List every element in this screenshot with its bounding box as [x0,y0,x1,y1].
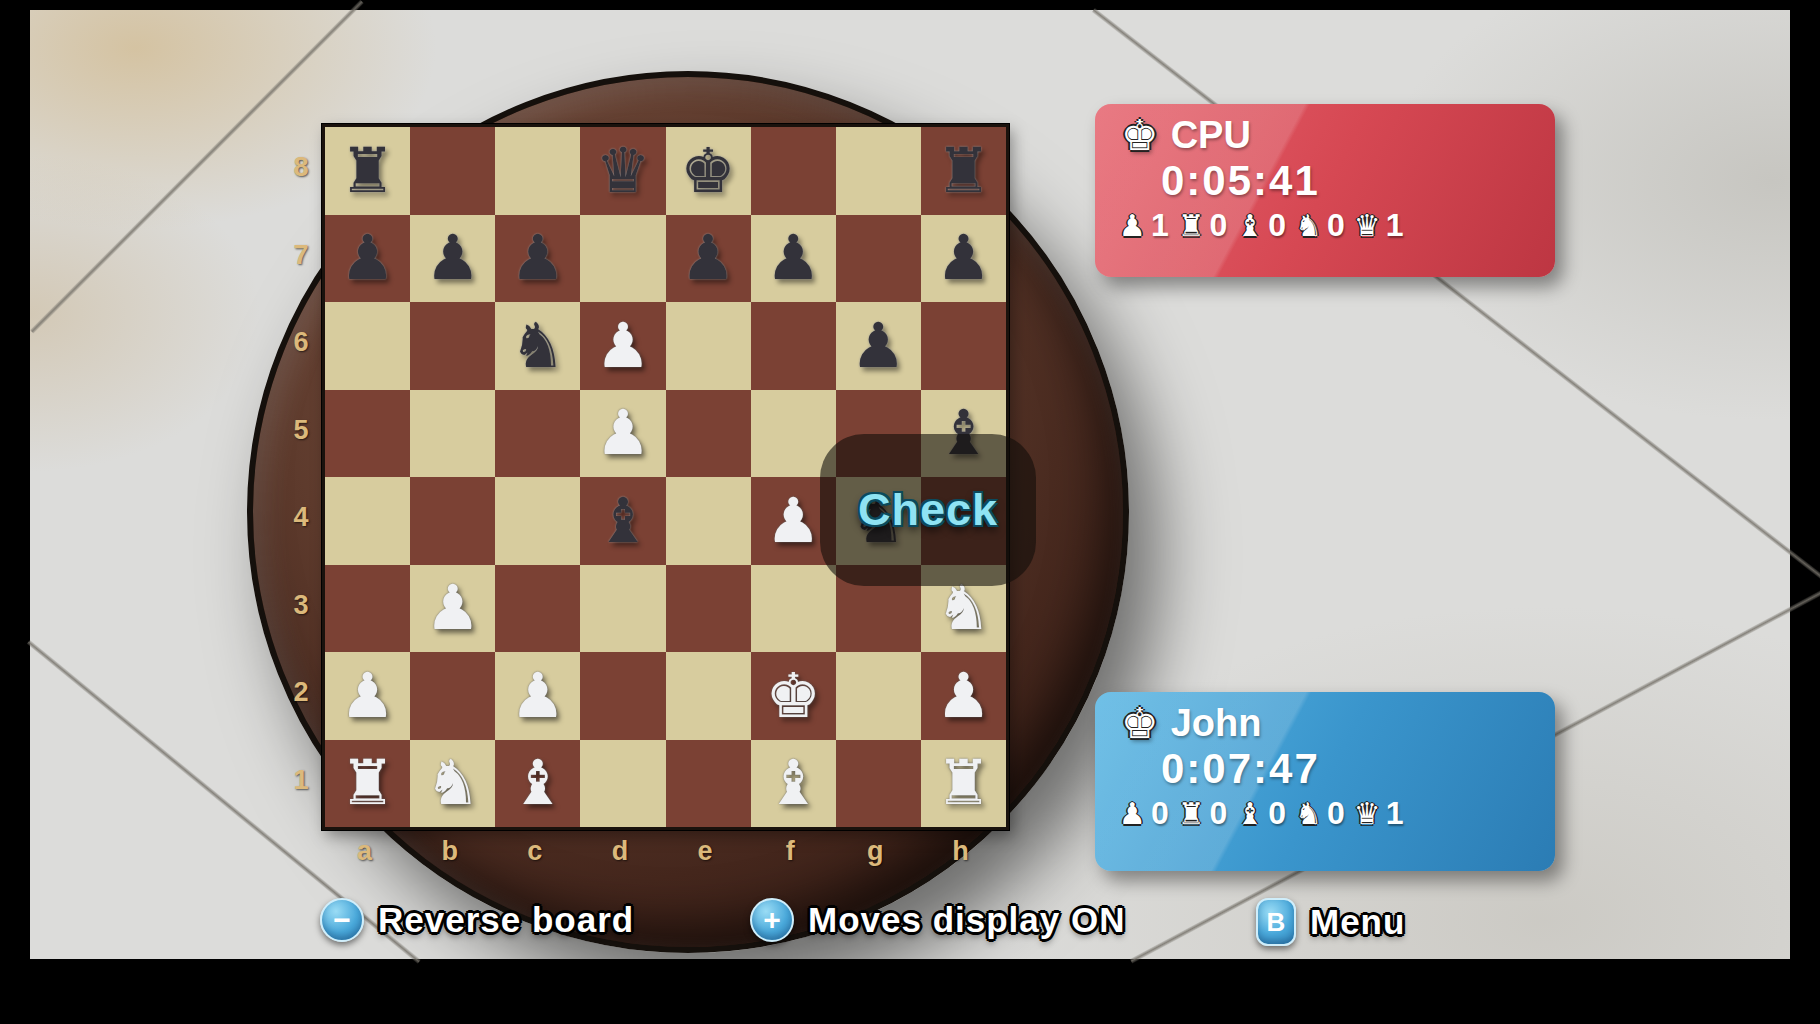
file-label-h: h [945,836,975,867]
square-e1[interactable] [666,740,751,828]
square-e7[interactable]: ♟ [666,215,751,303]
square-a6[interactable] [325,302,410,390]
piece-black-bishop: ♝ [595,490,651,552]
square-b6[interactable] [410,302,495,390]
square-d6[interactable]: ♟ [580,302,665,390]
captured-bishop-icon: ♝ [1236,799,1263,829]
square-c7[interactable]: ♟ [495,215,580,303]
floor-grout-line [1092,8,1820,583]
captured-bishop-icon: ♝ [1236,211,1263,241]
square-e5[interactable] [666,390,751,478]
square-b7[interactable]: ♟ [410,215,495,303]
square-b2[interactable] [410,652,495,740]
piece-white-pawn: ♟ [425,577,481,639]
captured-queen-count: 1 [1386,207,1404,244]
square-c3[interactable] [495,565,580,653]
captured-pieces-tray-john: ♟0♜0♝0♞0♛1 [1095,795,1555,832]
check-bubble: Check [820,434,1036,586]
captured-knight-icon: ♞ [1295,799,1322,829]
square-c4[interactable] [495,477,580,565]
moves-display-label: Moves display ON [808,900,1125,940]
square-e8[interactable]: ♚ [666,127,751,215]
captured-knight-count: 0 [1327,207,1345,244]
captured-queen-icon: ♛ [1354,799,1381,829]
square-h1[interactable]: ♜ [921,740,1006,828]
square-e6[interactable] [666,302,751,390]
piece-white-bishop: ♝ [510,752,566,814]
square-c5[interactable] [495,390,580,478]
captured-rook-icon: ♜ [1178,211,1205,241]
square-h8[interactable]: ♜ [921,127,1006,215]
piece-black-pawn: ♟ [425,227,481,289]
rank-label-1: 1 [286,765,316,796]
piece-black-pawn: ♟ [680,227,736,289]
square-h7[interactable]: ♟ [921,215,1006,303]
square-c2[interactable]: ♟ [495,652,580,740]
captured-pieces-tray-cpu: ♟1♜0♝0♞0♛1 [1095,207,1555,244]
player-name-john: John [1171,702,1262,745]
square-f2[interactable]: ♚ [751,652,836,740]
check-label: Check [858,484,998,536]
piece-white-rook: ♜ [936,752,992,814]
piece-black-pawn: ♟ [340,227,396,289]
file-label-c: c [520,836,550,867]
square-d7[interactable] [580,215,665,303]
piece-black-pawn: ♟ [510,227,566,289]
square-d1[interactable] [580,740,665,828]
square-c1[interactable]: ♝ [495,740,580,828]
king-icon: ♚ [1121,115,1159,157]
square-a3[interactable] [325,565,410,653]
piece-white-pawn: ♟ [595,315,651,377]
player-panel-cpu: ♚ CPU 0:05:41 ♟1♜0♝0♞0♛1 [1095,104,1555,277]
captured-knight-icon: ♞ [1295,211,1322,241]
piece-white-pawn: ♟ [340,665,396,727]
square-e4[interactable] [666,477,751,565]
square-f7[interactable]: ♟ [751,215,836,303]
piece-white-knight: ♞ [936,577,992,639]
piece-white-rook: ♜ [340,752,396,814]
square-b5[interactable] [410,390,495,478]
piece-black-pawn: ♟ [765,227,821,289]
square-d2[interactable] [580,652,665,740]
square-d8[interactable]: ♛ [580,127,665,215]
menu-control[interactable]: B Menu [1256,898,1405,946]
captured-pawn-count: 1 [1151,207,1169,244]
square-g6[interactable]: ♟ [836,302,921,390]
captured-rook-icon: ♜ [1178,799,1205,829]
square-e3[interactable] [666,565,751,653]
square-a1[interactable]: ♜ [325,740,410,828]
captured-rook-count: 0 [1210,207,1228,244]
piece-black-pawn: ♟ [936,227,992,289]
rank-label-4: 4 [286,502,316,533]
player-name-cpu: CPU [1171,114,1251,157]
square-b3[interactable]: ♟ [410,565,495,653]
menu-label: Menu [1310,902,1405,942]
square-d3[interactable] [580,565,665,653]
captured-bishop-count: 0 [1268,207,1286,244]
square-c6[interactable]: ♞ [495,302,580,390]
rank-label-7: 7 [286,240,316,271]
piece-black-king: ♚ [680,140,736,202]
square-f1[interactable]: ♝ [751,740,836,828]
reverse-board-label: Reverse board [378,900,634,940]
b-button-icon[interactable]: B [1256,898,1296,946]
piece-black-pawn: ♟ [851,315,907,377]
clock-john: 0:07:47 [1095,745,1555,793]
reverse-board-control[interactable]: − Reverse board [320,898,634,942]
piece-white-king: ♚ [765,665,821,727]
file-label-b: b [435,836,465,867]
captured-pawn-icon: ♟ [1119,211,1146,241]
file-label-e: e [690,836,720,867]
piece-white-pawn: ♟ [595,402,651,464]
square-b8[interactable] [410,127,495,215]
minus-button-icon[interactable]: − [320,898,364,942]
square-a8[interactable]: ♜ [325,127,410,215]
rank-label-5: 5 [286,415,316,446]
piece-white-knight: ♞ [425,752,481,814]
rank-label-8: 8 [286,152,316,183]
piece-black-queen: ♛ [595,140,651,202]
piece-white-pawn: ♟ [936,665,992,727]
square-b1[interactable]: ♞ [410,740,495,828]
square-c8[interactable] [495,127,580,215]
rank-label-3: 3 [286,590,316,621]
captured-queen-icon: ♛ [1354,211,1381,241]
captured-knight-count: 0 [1327,795,1345,832]
file-label-g: g [860,836,890,867]
square-d4[interactable]: ♝ [580,477,665,565]
square-a2[interactable]: ♟ [325,652,410,740]
piece-black-knight: ♞ [510,315,566,377]
square-b4[interactable] [410,477,495,565]
player-panel-john: ♚ John 0:07:47 ♟0♜0♝0♞0♛1 [1095,692,1555,871]
square-a5[interactable] [325,390,410,478]
file-label-d: d [605,836,635,867]
piece-white-pawn: ♟ [510,665,566,727]
moves-display-control[interactable]: + Moves display ON [750,898,1125,942]
square-h6[interactable] [921,302,1006,390]
square-d5[interactable]: ♟ [580,390,665,478]
plus-button-icon[interactable]: + [750,898,794,942]
square-f8[interactable] [751,127,836,215]
captured-pawn-count: 0 [1151,795,1169,832]
captured-pawn-icon: ♟ [1119,799,1146,829]
square-a7[interactable]: ♟ [325,215,410,303]
square-f3[interactable] [751,565,836,653]
captured-bishop-count: 0 [1268,795,1286,832]
king-icon: ♚ [1121,703,1159,745]
piece-white-bishop: ♝ [765,752,821,814]
square-f6[interactable] [751,302,836,390]
file-label-a: a [350,836,380,867]
square-g7[interactable] [836,215,921,303]
square-g1[interactable] [836,740,921,828]
square-a4[interactable] [325,477,410,565]
clock-cpu: 0:05:41 [1095,157,1555,205]
rank-label-6: 6 [286,327,316,358]
square-h2[interactable]: ♟ [921,652,1006,740]
piece-black-rook: ♜ [936,140,992,202]
square-e2[interactable] [666,652,751,740]
piece-white-pawn: ♟ [765,490,821,552]
captured-queen-count: 1 [1386,795,1404,832]
captured-rook-count: 0 [1210,795,1228,832]
rank-label-2: 2 [286,677,316,708]
square-g8[interactable] [836,127,921,215]
piece-black-rook: ♜ [340,140,396,202]
file-label-f: f [775,836,805,867]
square-g2[interactable] [836,652,921,740]
